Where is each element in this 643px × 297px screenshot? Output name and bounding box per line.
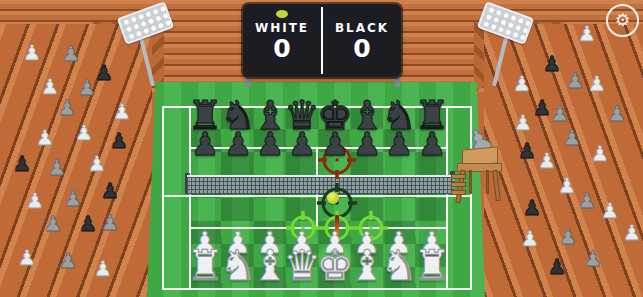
spectator-pawn: ♟ — [608, 104, 627, 125]
spectator-pawn: ♟ — [94, 259, 113, 280]
spectator-pawn: ♟ — [95, 63, 114, 84]
spectator-pawn: ♟ — [88, 154, 107, 175]
spectator-pawn: ♟ — [62, 44, 81, 65]
settings-button[interactable]: ⚙ — [606, 4, 639, 37]
scoreboard-white-label: WHITE — [255, 21, 309, 35]
spectator-pawn: ♟ — [79, 214, 98, 235]
tennis-ball — [327, 192, 339, 204]
spectator-pawn: ♟ — [41, 77, 60, 98]
spectator-pawn: ♟ — [59, 251, 78, 272]
spectator-pawn: ♟ — [23, 43, 42, 64]
spectator-pawn: ♟ — [601, 201, 620, 222]
spectator-pawn: ♟ — [588, 74, 607, 95]
gear-icon: ⚙ — [615, 12, 630, 29]
white-knight[interactable]: ♞ — [380, 245, 418, 287]
spectator-pawn: ♟ — [623, 223, 642, 244]
spectator-pawn: ♟ — [113, 102, 132, 123]
umpire-chair-leg — [486, 170, 489, 194]
spectator-pawn: ♟ — [75, 123, 94, 144]
white-queen[interactable]: ♛ — [283, 245, 321, 287]
spectator-pawn: ♟ — [521, 229, 540, 250]
tennis-court: ♜♞♝♛♚♝♞♜♟♟♟♟♟♟♟♟♟♟♟♟♟♟♟♟♜♞♝♛♚♝♞♜ — [147, 82, 485, 297]
spectator-pawn: ♟ — [514, 113, 533, 134]
spectator-pawn: ♟ — [566, 71, 585, 92]
spectator-pawn: ♟ — [78, 78, 97, 99]
scoreboard-black-score: 0 — [353, 35, 370, 63]
spectator-pawn: ♟ — [513, 74, 532, 95]
umpire-chair-rung — [451, 190, 466, 195]
black-pawn[interactable]: ♟ — [385, 128, 414, 160]
scoreboard-white-cell: WHITE 0 — [243, 4, 321, 77]
spectator-pawn: ♟ — [548, 257, 567, 278]
spectator-pawn: ♟ — [563, 128, 582, 149]
spectator-pawn: ♟ — [543, 54, 562, 75]
spectator-pawn: ♟ — [44, 214, 63, 235]
scoreboard-black-label: BLACK — [335, 21, 389, 35]
white-rook[interactable]: ♜ — [186, 245, 224, 287]
spectator-pawn: ♟ — [58, 98, 77, 119]
black-pawn[interactable]: ♟ — [353, 128, 382, 160]
spectator-pawn: ♟ — [101, 213, 120, 234]
serve-indicator-ball-icon — [276, 10, 288, 18]
spectator-pawn: ♟ — [18, 248, 37, 269]
umpire-chair: ♟ — [450, 142, 506, 206]
spectator-pawn: ♟ — [591, 144, 610, 165]
spectator-pawn: ♟ — [578, 191, 597, 212]
game-stage: ♜♞♝♛♚♝♞♜♟♟♟♟♟♟♟♟♟♟♟♟♟♟♟♟♜♞♝♛♚♝♞♜ ♟ WHITE… — [0, 0, 643, 297]
spectator-pawn: ♟ — [64, 189, 83, 210]
spectator-pawn: ♟ — [578, 24, 597, 45]
spectator-pawn: ♟ — [559, 227, 578, 248]
scoreboard: WHITE 0 BLACK 0 — [243, 4, 401, 77]
black-pawn[interactable]: ♟ — [224, 128, 253, 160]
umpire-chair-leg — [469, 170, 472, 194]
spectator-pawn: ♟ — [584, 249, 603, 270]
umpire-chair-leg — [492, 170, 501, 201]
spectator-pawn: ♟ — [48, 158, 67, 179]
scoreboard-white-score: 0 — [273, 35, 290, 63]
spectator-pawn: ♟ — [533, 98, 552, 119]
black-pawn[interactable]: ♟ — [256, 128, 285, 160]
spectator-pawn: ♟ — [518, 141, 537, 162]
white-rook[interactable]: ♜ — [413, 245, 451, 287]
spectator-pawn: ♟ — [538, 151, 557, 172]
black-pawn[interactable]: ♟ — [191, 128, 220, 160]
black-pawn[interactable]: ♟ — [288, 128, 317, 160]
black-pawn[interactable]: ♟ — [321, 128, 350, 160]
spectator-pawn: ♟ — [13, 154, 32, 175]
spectator-pawn: ♟ — [26, 191, 45, 212]
spectator-pawn: ♟ — [558, 176, 577, 197]
scoreboard-black-cell: BLACK 0 — [323, 4, 401, 77]
umpire-chair-rung — [451, 174, 466, 179]
spectator-pawn: ♟ — [523, 198, 542, 219]
black-pawn[interactable]: ♟ — [418, 128, 447, 160]
umpire-chair-rung — [451, 182, 466, 187]
spectator-pawn: ♟ — [551, 104, 570, 125]
spectator-pawn: ♟ — [36, 128, 55, 149]
spectator-pawn: ♟ — [101, 181, 120, 202]
spectator-pawn: ♟ — [110, 131, 129, 152]
